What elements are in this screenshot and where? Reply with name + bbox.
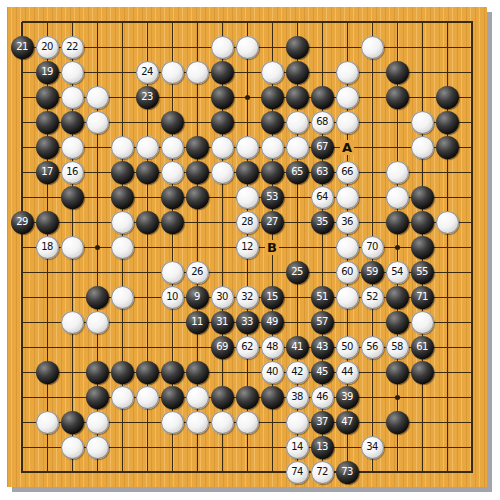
point-r7-c7[interactable] <box>160 160 185 185</box>
point-r17-c13[interactable]: 37 <box>310 410 335 435</box>
point-r2-c9[interactable] <box>210 35 235 60</box>
point-r6-c13[interactable]: 67 <box>310 135 335 160</box>
point-r10-c19[interactable] <box>460 235 485 260</box>
point-r19-c2[interactable] <box>35 460 60 485</box>
point-r5-c6[interactable] <box>135 110 160 135</box>
point-r1-c1[interactable] <box>10 10 35 35</box>
point-r16-c15[interactable] <box>360 385 385 410</box>
point-r19-c19[interactable] <box>460 460 485 485</box>
point-r7-c2[interactable]: 17 <box>35 160 60 185</box>
point-r13-c8[interactable]: 11 <box>185 310 210 335</box>
point-r12-c7[interactable]: 10 <box>160 285 185 310</box>
point-r3-c13[interactable] <box>310 60 335 85</box>
point-r4-c9[interactable] <box>210 85 235 110</box>
point-r6-c12[interactable] <box>285 135 310 160</box>
point-r10-c2[interactable]: 18 <box>35 235 60 260</box>
point-r7-c19[interactable] <box>460 160 485 185</box>
point-r11-c15[interactable]: 59 <box>360 260 385 285</box>
point-r5-c1[interactable] <box>10 110 35 135</box>
point-r6-c18[interactable] <box>435 135 460 160</box>
point-r15-c16[interactable] <box>385 360 410 385</box>
point-r13-c11[interactable]: 49 <box>260 310 285 335</box>
point-r1-c5[interactable] <box>110 10 135 35</box>
point-r9-c16[interactable] <box>385 210 410 235</box>
point-r8-c1[interactable] <box>10 185 35 210</box>
point-r19-c1[interactable] <box>10 460 35 485</box>
point-r12-c18[interactable] <box>435 285 460 310</box>
point-r11-c7[interactable] <box>160 260 185 285</box>
point-r9-c5[interactable] <box>110 210 135 235</box>
point-r17-c14[interactable]: 47 <box>335 410 360 435</box>
point-r5-c4[interactable] <box>85 110 110 135</box>
point-r11-c13[interactable] <box>310 260 335 285</box>
point-r16-c17[interactable] <box>410 385 435 410</box>
point-r1-c11[interactable] <box>260 10 285 35</box>
point-r12-c14[interactable] <box>335 285 360 310</box>
point-r2-c5[interactable] <box>110 35 135 60</box>
point-r16-c16[interactable] <box>385 385 410 410</box>
point-r14-c7[interactable] <box>160 335 185 360</box>
point-r12-c17[interactable]: 71 <box>410 285 435 310</box>
point-r7-c15[interactable] <box>360 160 385 185</box>
point-r15-c8[interactable] <box>185 360 210 385</box>
point-r11-c3[interactable] <box>60 260 85 285</box>
point-r7-c14[interactable]: 66 <box>335 160 360 185</box>
point-r9-c17[interactable] <box>410 210 435 235</box>
point-r7-c6[interactable] <box>135 160 160 185</box>
point-r3-c7[interactable] <box>160 60 185 85</box>
point-r11-c18[interactable] <box>435 260 460 285</box>
point-r11-c17[interactable]: 55 <box>410 260 435 285</box>
point-r15-c12[interactable]: 42 <box>285 360 310 385</box>
point-r8-c11[interactable]: 53 <box>260 185 285 210</box>
point-r2-c13[interactable] <box>310 35 335 60</box>
point-r8-c14[interactable] <box>335 185 360 210</box>
point-r5-c12[interactable] <box>285 110 310 135</box>
point-r7-c13[interactable]: 63 <box>310 160 335 185</box>
point-r6-c3[interactable] <box>60 135 85 160</box>
point-r19-c12[interactable]: 74 <box>285 460 310 485</box>
point-r7-c8[interactable] <box>185 160 210 185</box>
point-r16-c13[interactable]: 46 <box>310 385 335 410</box>
point-r15-c13[interactable]: 45 <box>310 360 335 385</box>
point-r11-c11[interactable] <box>260 260 285 285</box>
point-r12-c9[interactable]: 30 <box>210 285 235 310</box>
point-r1-c18[interactable] <box>435 10 460 35</box>
point-r13-c13[interactable]: 57 <box>310 310 335 335</box>
point-r2-c8[interactable] <box>185 35 210 60</box>
point-r13-c9[interactable]: 31 <box>210 310 235 335</box>
point-r3-c5[interactable] <box>110 60 135 85</box>
point-r7-c10[interactable] <box>235 160 260 185</box>
point-r6-c15[interactable] <box>360 135 385 160</box>
point-r10-c10[interactable]: 12 <box>235 235 260 260</box>
point-r7-c4[interactable] <box>85 160 110 185</box>
point-r15-c19[interactable] <box>460 360 485 385</box>
point-r14-c15[interactable]: 56 <box>360 335 385 360</box>
point-r3-c1[interactable] <box>10 60 35 85</box>
point-r9-c8[interactable] <box>185 210 210 235</box>
point-r8-c9[interactable] <box>210 185 235 210</box>
point-r3-c18[interactable] <box>435 60 460 85</box>
point-r4-c19[interactable] <box>460 85 485 110</box>
point-r18-c14[interactable] <box>335 435 360 460</box>
point-r12-c2[interactable] <box>35 285 60 310</box>
point-r9-c12[interactable] <box>285 210 310 235</box>
point-r7-c3[interactable]: 16 <box>60 160 85 185</box>
point-r18-c2[interactable] <box>35 435 60 460</box>
point-r1-c2[interactable] <box>35 10 60 35</box>
point-r3-c10[interactable] <box>235 60 260 85</box>
point-r4-c16[interactable] <box>385 85 410 110</box>
point-r4-c12[interactable] <box>285 85 310 110</box>
point-r12-c13[interactable]: 51 <box>310 285 335 310</box>
point-r8-c4[interactable] <box>85 185 110 210</box>
point-r5-c7[interactable] <box>160 110 185 135</box>
point-r17-c6[interactable] <box>135 410 160 435</box>
point-r8-c13[interactable]: 64 <box>310 185 335 210</box>
point-r16-c14[interactable]: 39 <box>335 385 360 410</box>
point-r18-c7[interactable] <box>160 435 185 460</box>
point-r14-c13[interactable]: 43 <box>310 335 335 360</box>
point-r11-c4[interactable] <box>85 260 110 285</box>
point-r14-c11[interactable]: 48 <box>260 335 285 360</box>
point-r9-c11[interactable]: 27 <box>260 210 285 235</box>
point-r1-c7[interactable] <box>160 10 185 35</box>
point-r9-c3[interactable] <box>60 210 85 235</box>
point-r18-c6[interactable] <box>135 435 160 460</box>
point-r11-c6[interactable] <box>135 260 160 285</box>
point-r1-c19[interactable] <box>460 10 485 35</box>
point-r13-c7[interactable] <box>160 310 185 335</box>
point-r8-c8[interactable] <box>185 185 210 210</box>
point-r4-c7[interactable] <box>160 85 185 110</box>
point-r2-c2[interactable]: 20 <box>35 35 60 60</box>
point-r10-c11[interactable]: B <box>260 235 285 260</box>
point-r11-c2[interactable] <box>35 260 60 285</box>
point-r5-c13[interactable]: 68 <box>310 110 335 135</box>
point-r2-c11[interactable] <box>260 35 285 60</box>
point-r3-c19[interactable] <box>460 60 485 85</box>
point-r19-c10[interactable] <box>235 460 260 485</box>
point-r14-c16[interactable]: 58 <box>385 335 410 360</box>
point-r9-c10[interactable]: 28 <box>235 210 260 235</box>
point-r16-c4[interactable] <box>85 385 110 410</box>
point-r15-c2[interactable] <box>35 360 60 385</box>
point-r13-c4[interactable] <box>85 310 110 335</box>
point-r4-c18[interactable] <box>435 85 460 110</box>
point-r4-c1[interactable] <box>10 85 35 110</box>
point-r2-c19[interactable] <box>460 35 485 60</box>
point-r12-c16[interactable] <box>385 285 410 310</box>
point-r2-c16[interactable] <box>385 35 410 60</box>
point-r12-c1[interactable] <box>10 285 35 310</box>
point-r7-c11[interactable] <box>260 160 285 185</box>
point-r6-c6[interactable] <box>135 135 160 160</box>
point-r4-c11[interactable] <box>260 85 285 110</box>
point-r1-c14[interactable] <box>335 10 360 35</box>
point-r3-c6[interactable]: 24 <box>135 60 160 85</box>
point-r3-c15[interactable] <box>360 60 385 85</box>
point-r16-c12[interactable]: 38 <box>285 385 310 410</box>
point-r14-c1[interactable] <box>10 335 35 360</box>
point-r12-c6[interactable] <box>135 285 160 310</box>
point-r16-c8[interactable] <box>185 385 210 410</box>
point-r1-c8[interactable] <box>185 10 210 35</box>
point-r19-c13[interactable]: 72 <box>310 460 335 485</box>
point-r2-c18[interactable] <box>435 35 460 60</box>
point-r2-c12[interactable] <box>285 35 310 60</box>
point-r9-c15[interactable] <box>360 210 385 235</box>
point-r19-c8[interactable] <box>185 460 210 485</box>
point-r2-c1[interactable]: 21 <box>10 35 35 60</box>
point-r3-c3[interactable] <box>60 60 85 85</box>
point-r10-c18[interactable] <box>435 235 460 260</box>
point-r3-c17[interactable] <box>410 60 435 85</box>
point-r1-c17[interactable] <box>410 10 435 35</box>
point-r12-c11[interactable]: 15 <box>260 285 285 310</box>
point-r8-c3[interactable] <box>60 185 85 210</box>
point-r6-c16[interactable] <box>385 135 410 160</box>
point-r18-c8[interactable] <box>185 435 210 460</box>
point-r2-c15[interactable] <box>360 35 385 60</box>
point-r18-c17[interactable] <box>410 435 435 460</box>
point-r16-c7[interactable] <box>160 385 185 410</box>
point-r3-c4[interactable] <box>85 60 110 85</box>
point-r18-c15[interactable]: 34 <box>360 435 385 460</box>
point-r19-c11[interactable] <box>260 460 285 485</box>
point-r6-c4[interactable] <box>85 135 110 160</box>
point-r11-c9[interactable] <box>210 260 235 285</box>
point-r3-c16[interactable] <box>385 60 410 85</box>
point-r2-c3[interactable]: 22 <box>60 35 85 60</box>
point-r4-c2[interactable] <box>35 85 60 110</box>
point-r11-c14[interactable]: 60 <box>335 260 360 285</box>
point-r6-c2[interactable] <box>35 135 60 160</box>
point-r7-c18[interactable] <box>435 160 460 185</box>
point-r6-c7[interactable] <box>160 135 185 160</box>
point-r14-c6[interactable] <box>135 335 160 360</box>
point-r5-c15[interactable] <box>360 110 385 135</box>
point-r6-c8[interactable] <box>185 135 210 160</box>
point-r11-c19[interactable] <box>460 260 485 285</box>
point-r16-c3[interactable] <box>60 385 85 410</box>
point-r9-c2[interactable] <box>35 210 60 235</box>
point-r18-c4[interactable] <box>85 435 110 460</box>
point-r18-c1[interactable] <box>10 435 35 460</box>
point-r6-c17[interactable] <box>410 135 435 160</box>
point-r15-c3[interactable] <box>60 360 85 385</box>
point-r13-c6[interactable] <box>135 310 160 335</box>
point-r8-c17[interactable] <box>410 185 435 210</box>
point-r17-c12[interactable] <box>285 410 310 435</box>
point-r8-c5[interactable] <box>110 185 135 210</box>
point-r2-c10[interactable] <box>235 35 260 60</box>
point-r16-c2[interactable] <box>35 385 60 410</box>
point-r5-c11[interactable] <box>260 110 285 135</box>
point-r19-c6[interactable] <box>135 460 160 485</box>
point-r5-c2[interactable] <box>35 110 60 135</box>
point-r14-c19[interactable] <box>460 335 485 360</box>
point-r13-c15[interactable] <box>360 310 385 335</box>
point-r19-c18[interactable] <box>435 460 460 485</box>
point-r10-c15[interactable]: 70 <box>360 235 385 260</box>
point-r18-c3[interactable] <box>60 435 85 460</box>
point-r5-c5[interactable] <box>110 110 135 135</box>
point-r17-c10[interactable] <box>235 410 260 435</box>
point-r12-c10[interactable]: 32 <box>235 285 260 310</box>
point-r13-c19[interactable] <box>460 310 485 335</box>
point-r5-c17[interactable] <box>410 110 435 135</box>
point-r5-c10[interactable] <box>235 110 260 135</box>
point-r2-c7[interactable] <box>160 35 185 60</box>
point-r10-c17[interactable] <box>410 235 435 260</box>
point-r4-c15[interactable] <box>360 85 385 110</box>
point-r1-c12[interactable] <box>285 10 310 35</box>
point-r18-c10[interactable] <box>235 435 260 460</box>
point-r4-c4[interactable] <box>85 85 110 110</box>
point-r17-c4[interactable] <box>85 410 110 435</box>
point-r3-c11[interactable] <box>260 60 285 85</box>
point-r13-c12[interactable] <box>285 310 310 335</box>
point-r10-c9[interactable] <box>210 235 235 260</box>
point-r10-c6[interactable] <box>135 235 160 260</box>
point-r7-c17[interactable] <box>410 160 435 185</box>
point-r14-c9[interactable]: 69 <box>210 335 235 360</box>
point-r15-c14[interactable]: 44 <box>335 360 360 385</box>
point-r5-c16[interactable] <box>385 110 410 135</box>
point-r10-c7[interactable] <box>160 235 185 260</box>
point-r10-c1[interactable] <box>10 235 35 260</box>
point-r13-c17[interactable] <box>410 310 435 335</box>
point-r4-c8[interactable] <box>185 85 210 110</box>
point-r15-c11[interactable]: 40 <box>260 360 285 385</box>
point-r9-c6[interactable] <box>135 210 160 235</box>
point-r8-c12[interactable] <box>285 185 310 210</box>
point-r6-c1[interactable] <box>10 135 35 160</box>
point-r3-c9[interactable] <box>210 60 235 85</box>
point-r19-c14[interactable]: 73 <box>335 460 360 485</box>
point-r18-c19[interactable] <box>460 435 485 460</box>
point-r4-c13[interactable] <box>310 85 335 110</box>
point-r14-c10[interactable]: 62 <box>235 335 260 360</box>
point-r16-c19[interactable] <box>460 385 485 410</box>
point-r11-c1[interactable] <box>10 260 35 285</box>
point-r8-c2[interactable] <box>35 185 60 210</box>
point-r15-c4[interactable] <box>85 360 110 385</box>
point-r18-c13[interactable]: 13 <box>310 435 335 460</box>
point-r1-c4[interactable] <box>85 10 110 35</box>
point-r6-c9[interactable] <box>210 135 235 160</box>
point-r9-c14[interactable]: 36 <box>335 210 360 235</box>
point-r15-c18[interactable] <box>435 360 460 385</box>
point-r9-c18[interactable] <box>435 210 460 235</box>
point-r17-c8[interactable] <box>185 410 210 435</box>
point-r17-c3[interactable] <box>60 410 85 435</box>
point-r17-c2[interactable] <box>35 410 60 435</box>
point-r19-c15[interactable] <box>360 460 385 485</box>
point-r7-c1[interactable] <box>10 160 35 185</box>
point-r17-c5[interactable] <box>110 410 135 435</box>
point-r14-c4[interactable] <box>85 335 110 360</box>
point-r19-c5[interactable] <box>110 460 135 485</box>
point-r19-c16[interactable] <box>385 460 410 485</box>
point-r17-c15[interactable] <box>360 410 385 435</box>
point-r18-c9[interactable] <box>210 435 235 460</box>
point-r16-c1[interactable] <box>10 385 35 410</box>
point-r15-c7[interactable] <box>160 360 185 385</box>
point-r13-c1[interactable] <box>10 310 35 335</box>
point-r19-c17[interactable] <box>410 460 435 485</box>
point-r12-c15[interactable]: 52 <box>360 285 385 310</box>
point-r16-c5[interactable] <box>110 385 135 410</box>
point-r15-c1[interactable] <box>10 360 35 385</box>
point-r9-c13[interactable]: 35 <box>310 210 335 235</box>
point-r3-c8[interactable] <box>185 60 210 85</box>
point-r8-c16[interactable] <box>385 185 410 210</box>
point-r15-c10[interactable] <box>235 360 260 385</box>
point-r1-c6[interactable] <box>135 10 160 35</box>
point-r16-c18[interactable] <box>435 385 460 410</box>
point-r13-c18[interactable] <box>435 310 460 335</box>
point-r16-c10[interactable] <box>235 385 260 410</box>
point-r10-c16[interactable] <box>385 235 410 260</box>
point-r17-c16[interactable] <box>385 410 410 435</box>
point-r19-c3[interactable] <box>60 460 85 485</box>
point-r2-c6[interactable] <box>135 35 160 60</box>
point-r16-c6[interactable] <box>135 385 160 410</box>
point-r6-c10[interactable] <box>235 135 260 160</box>
point-r1-c16[interactable] <box>385 10 410 35</box>
point-r1-c9[interactable] <box>210 10 235 35</box>
point-r6-c11[interactable] <box>260 135 285 160</box>
point-r4-c14[interactable] <box>335 85 360 110</box>
point-r15-c5[interactable] <box>110 360 135 385</box>
point-r6-c14[interactable]: A <box>335 135 360 160</box>
point-r13-c3[interactable] <box>60 310 85 335</box>
point-r16-c9[interactable] <box>210 385 235 410</box>
point-r14-c5[interactable] <box>110 335 135 360</box>
point-r4-c6[interactable]: 23 <box>135 85 160 110</box>
point-r18-c16[interactable] <box>385 435 410 460</box>
point-r18-c11[interactable] <box>260 435 285 460</box>
point-r12-c12[interactable] <box>285 285 310 310</box>
point-r7-c16[interactable] <box>385 160 410 185</box>
point-r6-c5[interactable] <box>110 135 135 160</box>
point-r8-c19[interactable] <box>460 185 485 210</box>
point-r2-c4[interactable] <box>85 35 110 60</box>
point-r11-c16[interactable]: 54 <box>385 260 410 285</box>
point-r15-c15[interactable] <box>360 360 385 385</box>
point-r19-c4[interactable] <box>85 460 110 485</box>
point-r10-c5[interactable] <box>110 235 135 260</box>
point-r11-c8[interactable]: 26 <box>185 260 210 285</box>
point-r17-c19[interactable] <box>460 410 485 435</box>
point-r11-c12[interactable]: 25 <box>285 260 310 285</box>
point-r1-c13[interactable] <box>310 10 335 35</box>
point-r12-c5[interactable] <box>110 285 135 310</box>
point-r5-c19[interactable] <box>460 110 485 135</box>
point-r14-c8[interactable] <box>185 335 210 360</box>
point-r15-c9[interactable] <box>210 360 235 385</box>
point-r1-c10[interactable] <box>235 10 260 35</box>
point-r18-c18[interactable] <box>435 435 460 460</box>
point-r5-c9[interactable] <box>210 110 235 135</box>
point-r10-c14[interactable] <box>335 235 360 260</box>
point-r9-c1[interactable]: 29 <box>10 210 35 235</box>
point-r6-c19[interactable] <box>460 135 485 160</box>
point-r4-c10[interactable] <box>235 85 260 110</box>
